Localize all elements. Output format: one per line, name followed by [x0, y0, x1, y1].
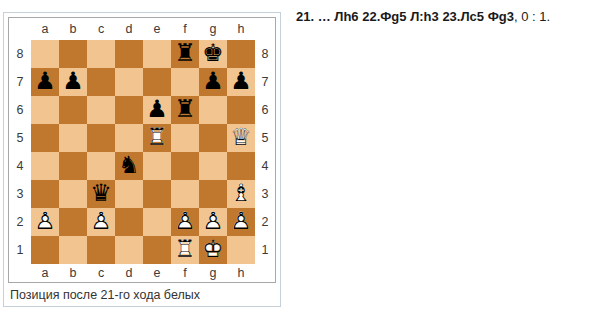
rank-label-right-6: 6: [255, 96, 275, 124]
board-grid: abcdefgh8♜♚87♟♟♟♟76♟♜65♜♖♛♕54♞43♛♝♗32♟♙♟…: [9, 18, 275, 282]
rank-label-right-3: 3: [255, 180, 275, 208]
file-label-top-c: c: [87, 18, 115, 40]
square-b3: [59, 180, 87, 208]
file-label-bottom-b: b: [59, 264, 87, 282]
square-g1: ♚♔: [199, 236, 227, 264]
square-g4: [199, 152, 227, 180]
square-g5: [199, 124, 227, 152]
square-a4: [31, 152, 59, 180]
moves-text: 21. … Лh6 22.Фg5 Л:h3 23.Лс5 Фg3: [296, 9, 514, 24]
square-c6: [87, 96, 115, 124]
file-label-top-h: h: [227, 18, 255, 40]
square-d5: [115, 124, 143, 152]
board-caption: Позиция после 21-го хода белых: [8, 283, 276, 302]
corner-spacer: [255, 18, 275, 40]
square-h5: ♛♕: [227, 124, 255, 152]
rank-label-right-2: 2: [255, 208, 275, 236]
square-g7: ♟: [199, 68, 227, 96]
square-h7: ♟: [227, 68, 255, 96]
square-e6: ♟: [143, 96, 171, 124]
square-f7: [171, 68, 199, 96]
file-label-top-b: b: [59, 18, 87, 40]
square-h6: [227, 96, 255, 124]
square-e8: [143, 40, 171, 68]
black-knight-d4: ♞: [115, 152, 143, 180]
white-pawn-h2: ♟♙: [227, 208, 255, 236]
square-a8: [31, 40, 59, 68]
board-figure: abcdefgh8♜♚87♟♟♟♟76♟♜65♜♖♛♕54♞43♛♝♗32♟♙♟…: [3, 12, 281, 307]
file-label-top-f: f: [171, 18, 199, 40]
white-rook-f1: ♜♖: [171, 236, 199, 264]
square-a5: [31, 124, 59, 152]
square-h8: [227, 40, 255, 68]
square-a6: [31, 96, 59, 124]
result-text: , 0 : 1.: [514, 9, 550, 24]
rank-label-left-5: 5: [9, 124, 31, 152]
white-queen-h5: ♛♕: [227, 124, 255, 152]
file-label-top-e: e: [143, 18, 171, 40]
square-d1: [115, 236, 143, 264]
move-annotation: 21. … Лh6 22.Фg5 Л:h3 23.Лс5 Фg3, 0 : 1.: [296, 9, 592, 24]
square-g6: [199, 96, 227, 124]
white-king-g1: ♚♔: [199, 236, 227, 264]
square-e1: [143, 236, 171, 264]
black-queen-c3: ♛: [87, 180, 115, 208]
file-label-bottom-h: h: [227, 264, 255, 282]
square-b4: [59, 152, 87, 180]
white-pawn-g2: ♟♙: [199, 208, 227, 236]
square-b8: [59, 40, 87, 68]
square-f4: [171, 152, 199, 180]
corner-spacer: [255, 264, 275, 282]
square-h4: [227, 152, 255, 180]
white-rook-e5: ♜♖: [143, 124, 171, 152]
rank-label-right-5: 5: [255, 124, 275, 152]
square-b2: [59, 208, 87, 236]
square-e3: [143, 180, 171, 208]
black-pawn-a7: ♟: [31, 68, 59, 96]
square-g8: ♚: [199, 40, 227, 68]
square-d2: [115, 208, 143, 236]
square-h1: [227, 236, 255, 264]
rank-label-right-4: 4: [255, 152, 275, 180]
black-pawn-e6: ♟: [143, 96, 171, 124]
rank-label-left-4: 4: [9, 152, 31, 180]
square-f8: ♜: [171, 40, 199, 68]
square-d6: [115, 96, 143, 124]
square-f2: ♟♙: [171, 208, 199, 236]
square-f6: ♜: [171, 96, 199, 124]
rank-label-left-3: 3: [9, 180, 31, 208]
rank-label-left-7: 7: [9, 68, 31, 96]
rank-label-right-8: 8: [255, 40, 275, 68]
file-label-top-d: d: [115, 18, 143, 40]
square-e2: [143, 208, 171, 236]
file-label-bottom-g: g: [199, 264, 227, 282]
rank-label-left-2: 2: [9, 208, 31, 236]
rank-label-right-1: 1: [255, 236, 275, 264]
square-b5: [59, 124, 87, 152]
rank-label-left-8: 8: [9, 40, 31, 68]
rank-label-right-7: 7: [255, 68, 275, 96]
black-pawn-g7: ♟: [199, 68, 227, 96]
square-c8: [87, 40, 115, 68]
square-a7: ♟: [31, 68, 59, 96]
black-king-g8: ♚: [199, 40, 227, 68]
square-a3: [31, 180, 59, 208]
file-label-bottom-d: d: [115, 264, 143, 282]
file-label-top-g: g: [199, 18, 227, 40]
file-label-top-a: a: [31, 18, 59, 40]
file-label-bottom-c: c: [87, 264, 115, 282]
file-label-bottom-f: f: [171, 264, 199, 282]
white-pawn-f2: ♟♙: [171, 208, 199, 236]
rank-label-left-1: 1: [9, 236, 31, 264]
square-e7: [143, 68, 171, 96]
white-pawn-c2: ♟♙: [87, 208, 115, 236]
square-e5: ♜♖: [143, 124, 171, 152]
square-d3: [115, 180, 143, 208]
rank-label-left-6: 6: [9, 96, 31, 124]
square-c4: [87, 152, 115, 180]
square-c2: ♟♙: [87, 208, 115, 236]
square-g2: ♟♙: [199, 208, 227, 236]
square-f3: [171, 180, 199, 208]
black-rook-f6: ♜: [171, 96, 199, 124]
white-bishop-h3: ♝♗: [227, 180, 255, 208]
square-b7: ♟: [59, 68, 87, 96]
square-c7: [87, 68, 115, 96]
square-g3: [199, 180, 227, 208]
black-pawn-b7: ♟: [59, 68, 87, 96]
square-f5: [171, 124, 199, 152]
square-d7: [115, 68, 143, 96]
square-b6: [59, 96, 87, 124]
square-a1: [31, 236, 59, 264]
black-rook-f8: ♜: [171, 40, 199, 68]
square-a2: ♟♙: [31, 208, 59, 236]
square-d8: [115, 40, 143, 68]
square-b1: [59, 236, 87, 264]
corner-spacer: [9, 264, 31, 282]
square-f1: ♜♖: [171, 236, 199, 264]
file-label-bottom-a: a: [31, 264, 59, 282]
square-h3: ♝♗: [227, 180, 255, 208]
square-c3: ♛: [87, 180, 115, 208]
square-h2: ♟♙: [227, 208, 255, 236]
white-pawn-a2: ♟♙: [31, 208, 59, 236]
file-label-bottom-e: e: [143, 264, 171, 282]
square-c5: [87, 124, 115, 152]
square-e4: [143, 152, 171, 180]
black-pawn-h7: ♟: [227, 68, 255, 96]
chess-board: abcdefgh8♜♚87♟♟♟♟76♟♜65♜♖♛♕54♞43♛♝♗32♟♙♟…: [8, 17, 276, 283]
square-c1: [87, 236, 115, 264]
square-d4: ♞: [115, 152, 143, 180]
corner-spacer: [9, 18, 31, 40]
